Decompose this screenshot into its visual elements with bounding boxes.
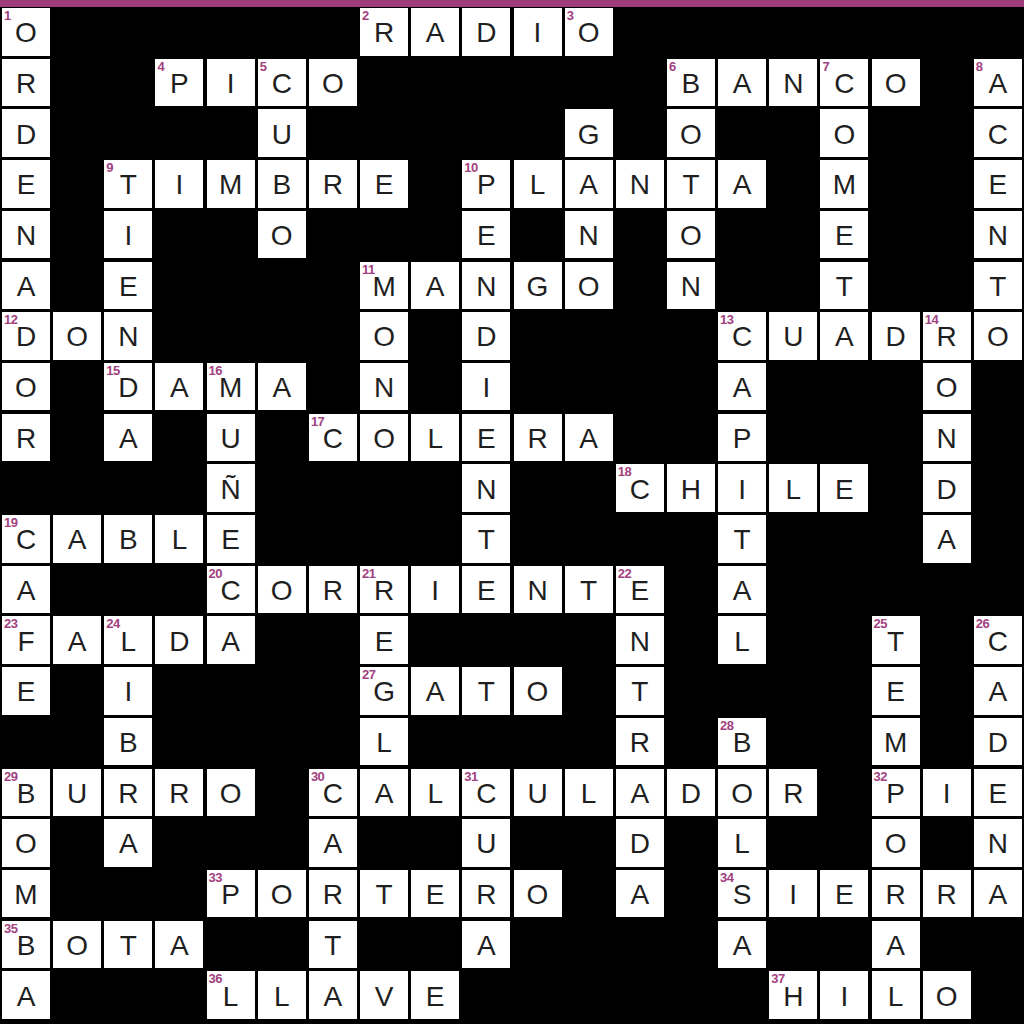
cell-r2c16[interactable]: O: [820, 109, 868, 157]
cell-r10c0[interactable]: 19C: [2, 515, 50, 563]
cell-r3c3[interactable]: I: [155, 160, 203, 208]
cell-letter: D: [16, 118, 36, 149]
cell-letter: R: [323, 574, 343, 605]
cell-r15c7[interactable]: A: [360, 769, 408, 817]
cell-r15c19[interactable]: E: [974, 769, 1022, 817]
cell-r13c17[interactable]: E: [872, 667, 920, 715]
cell-letter: H: [681, 473, 701, 504]
cell-r19c7[interactable]: V: [360, 971, 408, 1019]
cell-r11c10[interactable]: N: [514, 566, 562, 614]
cell-r2c13[interactable]: O: [667, 109, 715, 157]
cell-r17c6[interactable]: R: [309, 870, 357, 918]
cell-letter: A: [937, 523, 956, 554]
cell-letter: A: [119, 422, 138, 453]
cell-r9c4[interactable]: Ñ: [207, 464, 255, 512]
cell-r2c0[interactable]: D: [2, 109, 50, 157]
cell-r12c0[interactable]: 23F: [2, 616, 50, 664]
cell-letter: N: [118, 320, 138, 351]
cell-r0c11[interactable]: 3O: [565, 8, 613, 56]
cell-r16c0[interactable]: O: [2, 819, 50, 867]
cell-r11c0[interactable]: A: [2, 566, 50, 614]
clue-number: 9: [106, 161, 113, 174]
cell-r17c19[interactable]: A: [974, 870, 1022, 918]
cell-r19c16[interactable]: I: [820, 971, 868, 1019]
cell-letter: U: [220, 422, 240, 453]
cell-r6c16[interactable]: A: [820, 312, 868, 360]
cell-r17c0[interactable]: M: [2, 870, 50, 918]
cell-letter: O: [885, 67, 907, 98]
cell-letter: L: [376, 726, 392, 757]
cell-r18c9[interactable]: A: [462, 921, 510, 969]
cell-letter: R: [527, 422, 547, 453]
cell-r10c3[interactable]: L: [155, 515, 203, 563]
cell-letter: C: [988, 118, 1008, 149]
cell-r19c6[interactable]: A: [309, 971, 357, 1019]
clue-number: 37: [771, 972, 784, 985]
cell-r13c8[interactable]: A: [411, 667, 459, 715]
cell-r6c18[interactable]: 14R: [923, 312, 971, 360]
cell-letter: T: [580, 574, 597, 605]
cell-letter: N: [630, 168, 650, 199]
cell-letter: R: [885, 878, 905, 909]
cell-r15c9[interactable]: 31C: [462, 769, 510, 817]
cell-letter: A: [426, 675, 445, 706]
cell-letter: T: [989, 270, 1006, 301]
cell-r8c10[interactable]: R: [514, 414, 562, 462]
cell-letter: C: [16, 523, 36, 554]
cell-r5c9[interactable]: N: [462, 262, 510, 310]
cell-r6c9[interactable]: D: [462, 312, 510, 360]
cell-r10c14[interactable]: T: [718, 515, 766, 563]
cell-letter: A: [170, 929, 189, 960]
cell-letter: C: [834, 67, 854, 98]
cell-letter: N: [527, 574, 547, 605]
cell-r17c5[interactable]: O: [258, 870, 306, 918]
cell-letter: O: [15, 16, 37, 47]
cell-letter: A: [733, 929, 752, 960]
cell-letter: N: [374, 371, 394, 402]
cell-r17c7[interactable]: T: [360, 870, 408, 918]
cell-r0c0[interactable]: 1O: [2, 8, 50, 56]
cell-r11c4[interactable]: 20C: [207, 566, 255, 614]
cell-r16c17[interactable]: O: [872, 819, 920, 867]
cell-r16c12[interactable]: D: [616, 819, 664, 867]
cell-letter: O: [527, 675, 549, 706]
cell-letter: F: [17, 625, 34, 656]
cell-letter: A: [733, 67, 752, 98]
cell-r15c4[interactable]: O: [207, 769, 255, 817]
cell-r2c5[interactable]: U: [258, 109, 306, 157]
cell-r11c11[interactable]: T: [565, 566, 613, 614]
cell-r15c1[interactable]: U: [53, 769, 101, 817]
cell-r17c12[interactable]: A: [616, 870, 664, 918]
cell-r13c0[interactable]: E: [2, 667, 50, 715]
cell-r18c14[interactable]: A: [718, 921, 766, 969]
cell-r17c15[interactable]: I: [769, 870, 817, 918]
cell-r11c7[interactable]: 21R: [360, 566, 408, 614]
cell-r7c18[interactable]: O: [923, 363, 971, 411]
cell-r1c17[interactable]: O: [872, 59, 920, 107]
cell-r3c11[interactable]: A: [565, 160, 613, 208]
cell-r6c2[interactable]: N: [104, 312, 152, 360]
clue-number: 23: [4, 617, 17, 630]
cell-r8c6[interactable]: 17C: [309, 414, 357, 462]
cell-letter: C: [732, 320, 752, 351]
cell-r11c8[interactable]: I: [411, 566, 459, 614]
cell-r13c7[interactable]: 27G: [360, 667, 408, 715]
cell-r17c17[interactable]: R: [872, 870, 920, 918]
cell-r11c12[interactable]: 22E: [616, 566, 664, 614]
cell-r1c4[interactable]: I: [207, 59, 255, 107]
cell-letter: R: [630, 726, 650, 757]
cell-r5c2[interactable]: E: [104, 262, 152, 310]
cell-r1c5[interactable]: 5C: [258, 59, 306, 107]
cell-r4c5[interactable]: O: [258, 211, 306, 259]
cell-r15c8[interactable]: L: [411, 769, 459, 817]
cell-r14c7[interactable]: L: [360, 718, 408, 766]
cell-r2c19[interactable]: C: [974, 109, 1022, 157]
cell-r15c11[interactable]: L: [565, 769, 613, 817]
cell-r15c10[interactable]: U: [514, 769, 562, 817]
cell-r4c11[interactable]: N: [565, 211, 613, 259]
cell-r12c7[interactable]: E: [360, 616, 408, 664]
cell-letter: A: [835, 320, 854, 351]
cell-letter: O: [373, 422, 395, 453]
cell-letter: P: [886, 777, 905, 808]
cell-r5c16[interactable]: T: [820, 262, 868, 310]
cell-r8c9[interactable]: E: [462, 414, 510, 462]
cell-r13c12[interactable]: T: [616, 667, 664, 715]
cell-r15c12[interactable]: A: [616, 769, 664, 817]
cell-r15c17[interactable]: 32P: [872, 769, 920, 817]
cell-r6c7[interactable]: O: [360, 312, 408, 360]
cell-r3c16[interactable]: M: [820, 160, 868, 208]
cell-r7c7[interactable]: N: [360, 363, 408, 411]
cell-r8c0[interactable]: R: [2, 414, 50, 462]
cell-r5c8[interactable]: A: [411, 262, 459, 310]
cell-letter: O: [271, 219, 293, 250]
cell-r6c17[interactable]: D: [872, 312, 920, 360]
cell-r14c2[interactable]: B: [104, 718, 152, 766]
cell-r6c0[interactable]: 12D: [2, 312, 50, 360]
cell-r6c19[interactable]: O: [974, 312, 1022, 360]
cell-r19c15[interactable]: 37H: [769, 971, 817, 1019]
cell-letter: T: [375, 878, 392, 909]
cell-letter: C: [476, 777, 496, 808]
cell-letter: B: [119, 523, 138, 554]
clue-number: 32: [874, 770, 887, 783]
cell-r12c19[interactable]: 26C: [974, 616, 1022, 664]
cell-r3c14[interactable]: A: [718, 160, 766, 208]
cell-r5c10[interactable]: G: [514, 262, 562, 310]
cell-r17c4[interactable]: 33P: [207, 870, 255, 918]
cell-r18c1[interactable]: O: [53, 921, 101, 969]
cell-r3c2[interactable]: 9T: [104, 160, 152, 208]
cell-r17c10[interactable]: O: [514, 870, 562, 918]
cell-r8c11[interactable]: A: [565, 414, 613, 462]
cell-r16c2[interactable]: A: [104, 819, 152, 867]
clue-number: 30: [311, 770, 324, 783]
cell-letter: L: [888, 980, 904, 1011]
cell-letter: D: [630, 827, 650, 858]
cell-r15c3[interactable]: R: [155, 769, 203, 817]
cell-letter: P: [221, 878, 240, 909]
cell-letter: C: [220, 574, 240, 605]
cell-r19c17[interactable]: L: [872, 971, 920, 1019]
cell-letter: E: [886, 675, 905, 706]
cell-r18c2[interactable]: T: [104, 921, 152, 969]
cell-r8c2[interactable]: A: [104, 414, 152, 462]
cell-r19c0[interactable]: A: [2, 971, 50, 1019]
clue-number: 16: [209, 364, 222, 377]
cell-r15c14[interactable]: O: [718, 769, 766, 817]
cell-r12c2[interactable]: 24L: [104, 616, 152, 664]
cell-r4c13[interactable]: O: [667, 211, 715, 259]
cell-letter: A: [170, 371, 189, 402]
cell-r15c13[interactable]: D: [667, 769, 715, 817]
cell-letter: E: [835, 219, 854, 250]
cell-r15c6[interactable]: 30C: [309, 769, 357, 817]
cell-r3c7[interactable]: E: [360, 160, 408, 208]
cell-r5c7[interactable]: 11M: [360, 262, 408, 310]
clue-number: 25: [874, 617, 887, 630]
cell-r19c4[interactable]: 36L: [207, 971, 255, 1019]
cell-r17c18[interactable]: R: [923, 870, 971, 918]
cell-r0c10[interactable]: I: [514, 8, 562, 56]
cell-r3c6[interactable]: R: [309, 160, 357, 208]
cell-letter: A: [426, 270, 445, 301]
cell-r5c0[interactable]: A: [2, 262, 50, 310]
cell-r4c16[interactable]: E: [820, 211, 868, 259]
cell-r19c5[interactable]: L: [258, 971, 306, 1019]
cell-letter: I: [124, 675, 132, 706]
cell-letter: R: [169, 777, 189, 808]
clue-number: 5: [260, 60, 267, 73]
cell-r15c15[interactable]: R: [769, 769, 817, 817]
cell-letter: B: [272, 168, 291, 199]
cell-r3c0[interactable]: E: [2, 160, 50, 208]
cell-r12c14[interactable]: L: [718, 616, 766, 664]
cell-r0c8[interactable]: A: [411, 8, 459, 56]
clue-number: 15: [106, 364, 119, 377]
cell-r3c9[interactable]: 10P: [462, 160, 510, 208]
cell-r16c9[interactable]: U: [462, 819, 510, 867]
cell-letter: E: [17, 675, 36, 706]
cell-r11c5[interactable]: O: [258, 566, 306, 614]
cell-letter: I: [943, 777, 951, 808]
cell-letter: R: [937, 320, 957, 351]
cell-r1c19[interactable]: 8A: [974, 59, 1022, 107]
cell-r1c14[interactable]: A: [718, 59, 766, 107]
clue-number: 13: [720, 313, 733, 326]
cell-letter: N: [16, 219, 36, 250]
cell-r1c13[interactable]: 6B: [667, 59, 715, 107]
cell-r9c18[interactable]: D: [923, 464, 971, 512]
cell-r19c8[interactable]: E: [411, 971, 459, 1019]
cell-r8c8[interactable]: L: [411, 414, 459, 462]
cell-r7c2[interactable]: 15D: [104, 363, 152, 411]
cell-letter: G: [578, 118, 600, 149]
cell-r7c5[interactable]: A: [258, 363, 306, 411]
cell-r11c9[interactable]: E: [462, 566, 510, 614]
cell-r14c12[interactable]: R: [616, 718, 664, 766]
cell-r6c15[interactable]: U: [769, 312, 817, 360]
cell-r12c12[interactable]: N: [616, 616, 664, 664]
cell-r12c3[interactable]: D: [155, 616, 203, 664]
cell-r12c1[interactable]: A: [53, 616, 101, 664]
cell-letter: A: [477, 929, 496, 960]
cell-letter: U: [527, 777, 547, 808]
cell-r5c13[interactable]: N: [667, 262, 715, 310]
cell-letter: R: [937, 878, 957, 909]
cell-r8c4[interactable]: U: [207, 414, 255, 462]
cell-r16c19[interactable]: N: [974, 819, 1022, 867]
cell-r1c16[interactable]: 7C: [820, 59, 868, 107]
cell-r18c3[interactable]: A: [155, 921, 203, 969]
cell-r16c14[interactable]: L: [718, 819, 766, 867]
cell-r15c0[interactable]: 29B: [2, 769, 50, 817]
cell-r18c0[interactable]: 35B: [2, 921, 50, 969]
cell-r13c9[interactable]: T: [462, 667, 510, 715]
cell-r1c6[interactable]: O: [309, 59, 357, 107]
crossword-grid: 1O2RADI3OR4PI5CO6BAN7CO8ADUGOOCE9TIMBRE1…: [0, 0, 1024, 1024]
cell-letter: N: [476, 473, 496, 504]
cell-r19c18[interactable]: O: [923, 971, 971, 1019]
cell-r9c14[interactable]: I: [718, 464, 766, 512]
cell-r8c7[interactable]: O: [360, 414, 408, 462]
cell-r7c3[interactable]: A: [155, 363, 203, 411]
cell-r18c17[interactable]: A: [872, 921, 920, 969]
clue-number: 8: [976, 60, 983, 73]
cell-letter: O: [987, 320, 1009, 351]
cell-r7c4[interactable]: 16M: [207, 363, 255, 411]
cell-r17c9[interactable]: R: [462, 870, 510, 918]
cell-r9c15[interactable]: L: [769, 464, 817, 512]
cell-r16c6[interactable]: A: [309, 819, 357, 867]
cell-letter: B: [119, 726, 138, 757]
cell-r4c0[interactable]: N: [2, 211, 50, 259]
cell-letter: M: [219, 371, 242, 402]
cell-letter: E: [426, 980, 445, 1011]
cell-letter: E: [375, 625, 394, 656]
cell-letter: O: [578, 270, 600, 301]
cell-r17c16[interactable]: E: [820, 870, 868, 918]
cell-r8c18[interactable]: N: [923, 414, 971, 462]
cell-r18c6[interactable]: T: [309, 921, 357, 969]
cell-letter: O: [885, 827, 907, 858]
cell-r15c18[interactable]: I: [923, 769, 971, 817]
cell-r9c16[interactable]: E: [820, 464, 868, 512]
cell-r5c11[interactable]: O: [565, 262, 613, 310]
cell-letter: T: [836, 270, 853, 301]
cell-letter: R: [783, 777, 803, 808]
cell-r7c0[interactable]: O: [2, 363, 50, 411]
cell-letter: A: [17, 574, 36, 605]
cell-r3c5[interactable]: B: [258, 160, 306, 208]
cell-r5c19[interactable]: T: [974, 262, 1022, 310]
clue-number: 17: [311, 415, 324, 428]
cell-r4c2[interactable]: I: [104, 211, 152, 259]
cell-letter: C: [988, 625, 1008, 656]
cell-r7c9[interactable]: I: [462, 363, 510, 411]
cell-r13c19[interactable]: A: [974, 667, 1022, 715]
cell-r9c13[interactable]: H: [667, 464, 715, 512]
cell-letter: N: [988, 219, 1008, 250]
cell-r2c11[interactable]: G: [565, 109, 613, 157]
cell-r1c15[interactable]: N: [769, 59, 817, 107]
cell-r15c2[interactable]: R: [104, 769, 152, 817]
cell-letter: I: [124, 219, 132, 250]
cell-letter: E: [477, 574, 496, 605]
cell-r4c19[interactable]: N: [974, 211, 1022, 259]
cell-r10c4[interactable]: E: [207, 515, 255, 563]
cell-r9c9[interactable]: N: [462, 464, 510, 512]
cell-letter: P: [733, 422, 752, 453]
cell-r3c12[interactable]: N: [616, 160, 664, 208]
cell-letter: A: [324, 980, 343, 1011]
cell-r0c9[interactable]: D: [462, 8, 510, 56]
cell-r3c10[interactable]: L: [514, 160, 562, 208]
cell-r3c13[interactable]: T: [667, 160, 715, 208]
cell-r4c9[interactable]: E: [462, 211, 510, 259]
cell-letter: I: [431, 574, 439, 605]
cell-r11c6[interactable]: R: [309, 566, 357, 614]
clue-number: 29: [4, 770, 17, 783]
cell-r0c7[interactable]: 2R: [360, 8, 408, 56]
cell-r10c18[interactable]: A: [923, 515, 971, 563]
cell-letter: T: [734, 523, 751, 554]
cell-r10c2[interactable]: B: [104, 515, 152, 563]
clue-number: 35: [4, 922, 17, 935]
cell-r10c9[interactable]: T: [462, 515, 510, 563]
cell-r9c12[interactable]: 18C: [616, 464, 664, 512]
cell-r13c10[interactable]: O: [514, 667, 562, 715]
cell-r17c8[interactable]: E: [411, 870, 459, 918]
cell-letter: B: [17, 777, 36, 808]
cell-r11c14[interactable]: A: [718, 566, 766, 614]
cell-r14c19[interactable]: D: [974, 718, 1022, 766]
cell-letter: R: [323, 878, 343, 909]
cell-r6c14[interactable]: 13C: [718, 312, 766, 360]
cell-r14c17[interactable]: M: [872, 718, 920, 766]
cell-r17c14[interactable]: 34S: [718, 870, 766, 918]
clue-number: 1: [4, 9, 11, 22]
cell-letter: A: [68, 625, 87, 656]
cell-r10c1[interactable]: A: [53, 515, 101, 563]
cell-r7c14[interactable]: A: [718, 363, 766, 411]
cell-r3c4[interactable]: M: [207, 160, 255, 208]
cell-r12c17[interactable]: 25T: [872, 616, 920, 664]
cell-r14c14[interactable]: 28B: [718, 718, 766, 766]
cell-r1c3[interactable]: 4P: [155, 59, 203, 107]
clue-number: 22: [618, 567, 631, 580]
cell-r3c19[interactable]: E: [974, 160, 1022, 208]
clue-number: 18: [618, 465, 631, 478]
cell-letter: L: [785, 473, 801, 504]
cell-letter: N: [988, 827, 1008, 858]
cell-letter: N: [579, 219, 599, 250]
cell-r12c4[interactable]: A: [207, 616, 255, 664]
clue-number: 31: [464, 770, 477, 783]
cell-r6c1[interactable]: O: [53, 312, 101, 360]
cell-letter: T: [120, 168, 137, 199]
cell-letter: M: [14, 878, 37, 909]
cell-r8c14[interactable]: P: [718, 414, 766, 462]
clue-number: 12: [4, 313, 17, 326]
cell-letter: I: [482, 371, 490, 402]
cell-r13c2[interactable]: I: [104, 667, 152, 715]
cell-r1c0[interactable]: R: [2, 59, 50, 107]
